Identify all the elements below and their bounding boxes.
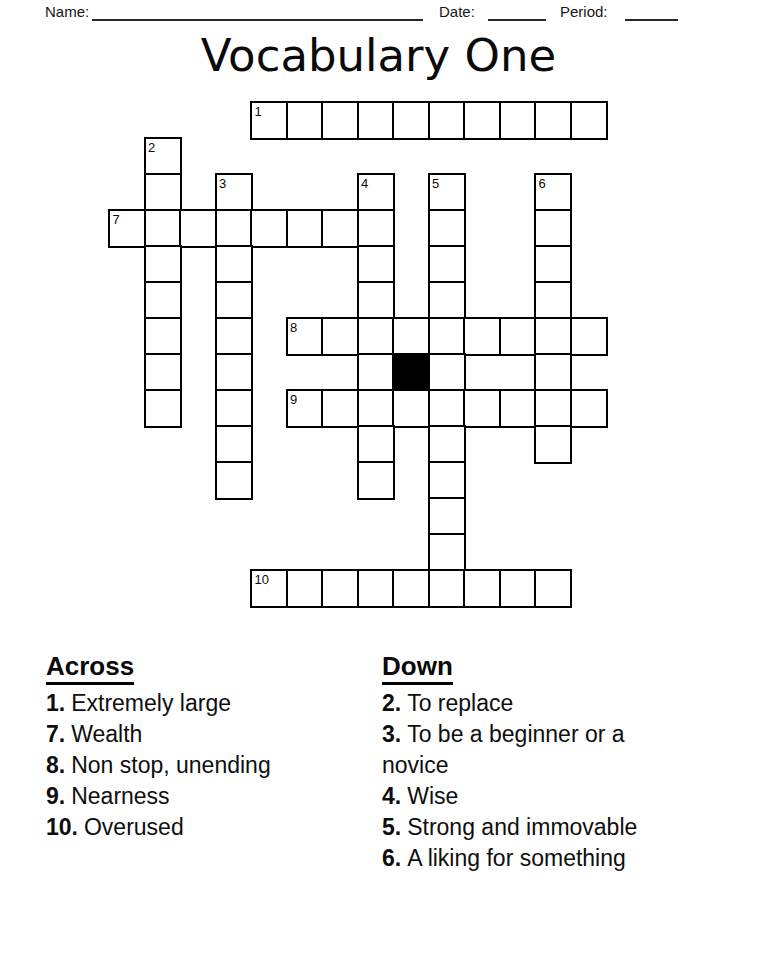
crossword-cell[interactable] bbox=[428, 101, 466, 140]
blocked-cell bbox=[392, 353, 430, 392]
crossword-cell[interactable] bbox=[215, 389, 253, 428]
crossword-cell[interactable] bbox=[463, 569, 501, 608]
crossword-cell[interactable] bbox=[534, 281, 572, 320]
crossword-cell[interactable] bbox=[144, 389, 182, 428]
down-heading: Down bbox=[382, 652, 696, 685]
crossword-cell[interactable] bbox=[534, 317, 572, 356]
cell-number-9: 9 bbox=[290, 393, 297, 406]
crossword-cell[interactable] bbox=[428, 389, 466, 428]
across-clues-section: Across 1.Extremely large7.Wealth8.Non st… bbox=[46, 652, 376, 843]
clue-number: 4. bbox=[382, 783, 401, 809]
crossword-cell[interactable] bbox=[144, 317, 182, 356]
crossword-cell[interactable] bbox=[179, 209, 217, 248]
period-input-line[interactable] bbox=[625, 3, 678, 21]
crossword-cell[interactable] bbox=[428, 245, 466, 284]
clue-number: 8. bbox=[46, 752, 65, 778]
crossword-cell[interactable] bbox=[357, 569, 395, 608]
crossword-cell[interactable] bbox=[357, 353, 395, 392]
crossword-cell[interactable] bbox=[428, 209, 466, 248]
name-input-line[interactable] bbox=[92, 3, 423, 21]
clue-number: 6. bbox=[382, 845, 401, 871]
crossword-cell[interactable] bbox=[321, 209, 359, 248]
across-clue-1: 1.Extremely large bbox=[46, 688, 376, 719]
clue-number: 10. bbox=[46, 814, 78, 840]
crossword-cell[interactable] bbox=[286, 101, 324, 140]
crossword-cell[interactable] bbox=[499, 101, 537, 140]
crossword-cell[interactable] bbox=[286, 209, 324, 248]
cell-number-10: 10 bbox=[255, 573, 269, 586]
crossword-cell[interactable] bbox=[428, 425, 466, 464]
crossword-cell[interactable] bbox=[463, 317, 501, 356]
crossword-cell[interactable] bbox=[534, 389, 572, 428]
across-clue-list: 1.Extremely large7.Wealth8.Non stop, une… bbox=[46, 688, 376, 843]
across-clue-9: 9.Nearness bbox=[46, 781, 376, 812]
across-clue-8: 8.Non stop, unending bbox=[46, 750, 376, 781]
cell-number-3: 3 bbox=[219, 177, 226, 190]
page-title: Vocabulary One bbox=[0, 30, 757, 82]
cell-number-8: 8 bbox=[290, 321, 297, 334]
crossword-cell[interactable] bbox=[215, 209, 253, 248]
crossword-cell[interactable] bbox=[570, 389, 608, 428]
cell-number-4: 4 bbox=[361, 177, 368, 190]
crossword-worksheet: Name: Date: Period: Vocabulary One 12345… bbox=[0, 0, 757, 980]
name-label: Name: bbox=[45, 3, 89, 20]
across-clue-10: 10.Overused bbox=[46, 812, 376, 843]
across-clue-7: 7.Wealth bbox=[46, 719, 376, 750]
cell-number-1: 1 bbox=[255, 105, 262, 118]
crossword-cell[interactable] bbox=[428, 533, 466, 572]
crossword-cell[interactable] bbox=[215, 245, 253, 284]
crossword-cell[interactable] bbox=[499, 389, 537, 428]
crossword-grid: 12345678910 bbox=[108, 101, 608, 608]
cell-number-2: 2 bbox=[148, 141, 155, 154]
cell-number-7: 7 bbox=[113, 213, 120, 226]
crossword-cell[interactable] bbox=[357, 389, 395, 428]
crossword-cell[interactable] bbox=[534, 101, 572, 140]
down-clues-section: Down 2.To replace3.To be a beginner or a… bbox=[382, 652, 696, 874]
crossword-cell[interactable] bbox=[428, 497, 466, 536]
crossword-cell[interactable] bbox=[321, 101, 359, 140]
crossword-cell[interactable] bbox=[463, 101, 501, 140]
crossword-cell[interactable] bbox=[144, 173, 182, 212]
across-heading: Across bbox=[46, 652, 376, 685]
crossword-cell[interactable] bbox=[357, 425, 395, 464]
crossword-cell[interactable] bbox=[144, 209, 182, 248]
crossword-cell[interactable] bbox=[250, 209, 288, 248]
date-label: Date: bbox=[439, 3, 475, 20]
crossword-cell[interactable] bbox=[428, 317, 466, 356]
clue-number: 1. bbox=[46, 690, 65, 716]
down-clue-6: 6.A liking for something bbox=[382, 843, 696, 874]
crossword-cell[interactable] bbox=[321, 569, 359, 608]
crossword-cell[interactable] bbox=[392, 569, 430, 608]
down-clue-list: 2.To replace3.To be a beginner or a novi… bbox=[382, 688, 696, 874]
crossword-cell[interactable] bbox=[534, 209, 572, 248]
crossword-cell[interactable] bbox=[215, 281, 253, 320]
crossword-cell[interactable] bbox=[215, 461, 253, 500]
crossword-cell[interactable] bbox=[144, 281, 182, 320]
crossword-cell[interactable] bbox=[286, 569, 324, 608]
clue-number: 5. bbox=[382, 814, 401, 840]
down-clue-5: 5.Strong and immovable bbox=[382, 812, 696, 843]
crossword-cell[interactable] bbox=[392, 317, 430, 356]
period-label: Period: bbox=[560, 3, 608, 20]
crossword-cell[interactable] bbox=[534, 353, 572, 392]
down-clue-2: 2.To replace bbox=[382, 688, 696, 719]
date-input-line[interactable] bbox=[488, 3, 546, 21]
crossword-cell[interactable] bbox=[428, 281, 466, 320]
clue-number: 9. bbox=[46, 783, 65, 809]
down-clue-4: 4.Wise bbox=[382, 781, 696, 812]
crossword-cell[interactable] bbox=[499, 569, 537, 608]
cell-number-6: 6 bbox=[539, 177, 546, 190]
crossword-cell[interactable] bbox=[534, 245, 572, 284]
crossword-cell[interactable] bbox=[357, 245, 395, 284]
clue-number: 7. bbox=[46, 721, 65, 747]
crossword-cell[interactable] bbox=[144, 353, 182, 392]
crossword-cell[interactable] bbox=[357, 461, 395, 500]
crossword-cell[interactable] bbox=[215, 425, 253, 464]
crossword-cell[interactable] bbox=[570, 101, 608, 140]
crossword-cell[interactable] bbox=[144, 245, 182, 284]
crossword-cell[interactable] bbox=[428, 461, 466, 500]
crossword-cell[interactable] bbox=[463, 389, 501, 428]
cell-number-5: 5 bbox=[432, 177, 439, 190]
crossword-cell[interactable] bbox=[392, 101, 430, 140]
crossword-cell[interactable] bbox=[215, 317, 253, 356]
crossword-cell[interactable] bbox=[392, 389, 430, 428]
crossword-cell[interactable] bbox=[428, 569, 466, 608]
crossword-cell[interactable] bbox=[357, 317, 395, 356]
crossword-cell[interactable] bbox=[357, 281, 395, 320]
crossword-cell[interactable] bbox=[321, 317, 359, 356]
crossword-cell[interactable] bbox=[534, 569, 572, 608]
crossword-cell[interactable] bbox=[321, 389, 359, 428]
crossword-cell[interactable] bbox=[357, 101, 395, 140]
clue-number: 3. bbox=[382, 721, 401, 747]
crossword-cell[interactable] bbox=[570, 317, 608, 356]
crossword-cell[interactable] bbox=[534, 425, 572, 464]
crossword-cell[interactable] bbox=[499, 317, 537, 356]
crossword-cell[interactable] bbox=[428, 353, 466, 392]
crossword-cell[interactable] bbox=[215, 353, 253, 392]
down-clue-3: 3.To be a beginner or a novice bbox=[382, 719, 696, 781]
clue-number: 2. bbox=[382, 690, 401, 716]
crossword-cell[interactable] bbox=[357, 209, 395, 248]
